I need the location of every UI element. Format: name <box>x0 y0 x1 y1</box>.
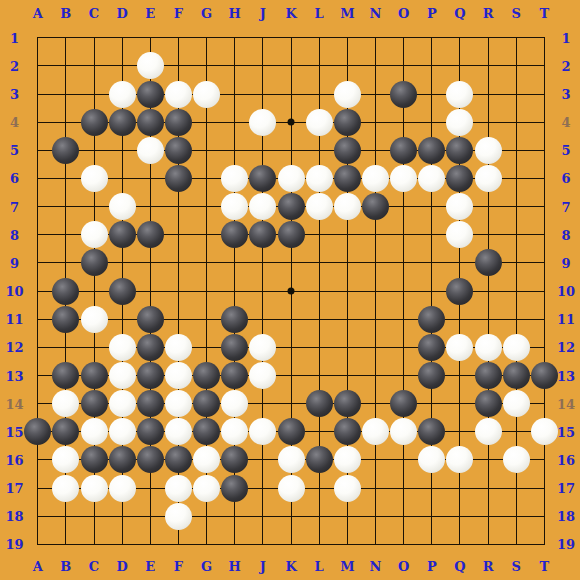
intersection-A15[interactable] <box>24 418 52 446</box>
intersection-F1[interactable] <box>164 24 192 52</box>
intersection-G6[interactable] <box>193 164 221 192</box>
intersection-P18[interactable] <box>418 502 446 530</box>
intersection-F8[interactable] <box>164 221 192 249</box>
intersection-K2[interactable] <box>277 52 305 80</box>
intersection-A8[interactable] <box>24 221 52 249</box>
intersection-M2[interactable] <box>333 52 361 80</box>
intersection-G1[interactable] <box>193 24 221 52</box>
intersection-J6[interactable] <box>249 164 277 192</box>
intersection-O11[interactable] <box>390 305 418 333</box>
intersection-N9[interactable] <box>362 249 390 277</box>
intersection-D1[interactable] <box>108 24 136 52</box>
intersection-L7[interactable] <box>305 193 333 221</box>
intersection-H7[interactable] <box>221 193 249 221</box>
intersection-M4[interactable] <box>333 108 361 136</box>
intersection-K15[interactable] <box>277 418 305 446</box>
intersection-M12[interactable] <box>333 333 361 361</box>
intersection-B1[interactable] <box>52 24 80 52</box>
intersection-F15[interactable] <box>164 418 192 446</box>
intersection-P12[interactable] <box>418 333 446 361</box>
intersection-G2[interactable] <box>193 52 221 80</box>
intersection-P17[interactable] <box>418 474 446 502</box>
intersection-A9[interactable] <box>24 249 52 277</box>
intersection-M16[interactable] <box>333 446 361 474</box>
intersection-D12[interactable] <box>108 333 136 361</box>
intersection-J1[interactable] <box>249 24 277 52</box>
intersection-G19[interactable] <box>193 530 221 558</box>
intersection-R16[interactable] <box>474 446 502 474</box>
intersection-C15[interactable] <box>80 418 108 446</box>
intersection-J18[interactable] <box>249 502 277 530</box>
intersection-G13[interactable] <box>193 362 221 390</box>
intersection-H5[interactable] <box>221 136 249 164</box>
intersection-S19[interactable] <box>502 530 530 558</box>
intersection-H13[interactable] <box>221 362 249 390</box>
intersection-J17[interactable] <box>249 474 277 502</box>
intersection-C7[interactable] <box>80 193 108 221</box>
intersection-K10[interactable] <box>277 277 305 305</box>
intersection-A14[interactable] <box>24 390 52 418</box>
intersection-H17[interactable] <box>221 474 249 502</box>
intersection-F2[interactable] <box>164 52 192 80</box>
intersection-P11[interactable] <box>418 305 446 333</box>
intersection-F12[interactable] <box>164 333 192 361</box>
intersection-B13[interactable] <box>52 362 80 390</box>
intersection-J9[interactable] <box>249 249 277 277</box>
intersection-Q1[interactable] <box>446 24 474 52</box>
intersection-O9[interactable] <box>390 249 418 277</box>
intersection-G8[interactable] <box>193 221 221 249</box>
intersection-N17[interactable] <box>362 474 390 502</box>
intersection-A17[interactable] <box>24 474 52 502</box>
intersection-C12[interactable] <box>80 333 108 361</box>
intersection-N5[interactable] <box>362 136 390 164</box>
intersection-S5[interactable] <box>502 136 530 164</box>
intersection-N3[interactable] <box>362 80 390 108</box>
intersection-F16[interactable] <box>164 446 192 474</box>
intersection-E14[interactable] <box>136 390 164 418</box>
intersection-E16[interactable] <box>136 446 164 474</box>
intersection-A3[interactable] <box>24 80 52 108</box>
intersection-D7[interactable] <box>108 193 136 221</box>
intersection-K17[interactable] <box>277 474 305 502</box>
intersection-N18[interactable] <box>362 502 390 530</box>
intersection-J3[interactable] <box>249 80 277 108</box>
intersection-R10[interactable] <box>474 277 502 305</box>
intersection-G7[interactable] <box>193 193 221 221</box>
intersection-B12[interactable] <box>52 333 80 361</box>
intersection-G18[interactable] <box>193 502 221 530</box>
intersection-E11[interactable] <box>136 305 164 333</box>
intersection-O19[interactable] <box>390 530 418 558</box>
intersection-G15[interactable] <box>193 418 221 446</box>
intersection-B10[interactable] <box>52 277 80 305</box>
intersection-N16[interactable] <box>362 446 390 474</box>
intersection-P14[interactable] <box>418 390 446 418</box>
intersection-D19[interactable] <box>108 530 136 558</box>
intersection-L3[interactable] <box>305 80 333 108</box>
intersection-G5[interactable] <box>193 136 221 164</box>
intersection-O13[interactable] <box>390 362 418 390</box>
intersection-G9[interactable] <box>193 249 221 277</box>
intersection-F14[interactable] <box>164 390 192 418</box>
intersection-C16[interactable] <box>80 446 108 474</box>
intersection-T10[interactable] <box>530 277 558 305</box>
intersection-O4[interactable] <box>390 108 418 136</box>
intersection-Q17[interactable] <box>446 474 474 502</box>
intersection-H19[interactable] <box>221 530 249 558</box>
intersection-H9[interactable] <box>221 249 249 277</box>
intersection-S14[interactable] <box>502 390 530 418</box>
intersection-K11[interactable] <box>277 305 305 333</box>
intersection-B18[interactable] <box>52 502 80 530</box>
intersection-B19[interactable] <box>52 530 80 558</box>
intersection-L8[interactable] <box>305 221 333 249</box>
intersection-K19[interactable] <box>277 530 305 558</box>
intersection-E12[interactable] <box>136 333 164 361</box>
intersection-T16[interactable] <box>530 446 558 474</box>
intersection-N8[interactable] <box>362 221 390 249</box>
intersection-A12[interactable] <box>24 333 52 361</box>
intersection-Q2[interactable] <box>446 52 474 80</box>
intersection-N7[interactable] <box>362 193 390 221</box>
intersection-N14[interactable] <box>362 390 390 418</box>
intersection-T7[interactable] <box>530 193 558 221</box>
intersection-N1[interactable] <box>362 24 390 52</box>
intersection-O10[interactable] <box>390 277 418 305</box>
intersection-Q7[interactable] <box>446 193 474 221</box>
intersection-R5[interactable] <box>474 136 502 164</box>
intersection-P2[interactable] <box>418 52 446 80</box>
intersection-N12[interactable] <box>362 333 390 361</box>
intersection-R19[interactable] <box>474 530 502 558</box>
intersection-T9[interactable] <box>530 249 558 277</box>
intersection-M10[interactable] <box>333 277 361 305</box>
intersection-R15[interactable] <box>474 418 502 446</box>
intersection-B17[interactable] <box>52 474 80 502</box>
intersection-T12[interactable] <box>530 333 558 361</box>
intersection-R9[interactable] <box>474 249 502 277</box>
intersection-M15[interactable] <box>333 418 361 446</box>
intersection-M19[interactable] <box>333 530 361 558</box>
intersection-S1[interactable] <box>502 24 530 52</box>
intersection-J16[interactable] <box>249 446 277 474</box>
intersection-C3[interactable] <box>80 80 108 108</box>
intersection-P1[interactable] <box>418 24 446 52</box>
intersection-K1[interactable] <box>277 24 305 52</box>
intersection-T13[interactable] <box>530 362 558 390</box>
intersection-R6[interactable] <box>474 164 502 192</box>
intersection-A6[interactable] <box>24 164 52 192</box>
intersection-D6[interactable] <box>108 164 136 192</box>
intersection-J15[interactable] <box>249 418 277 446</box>
intersection-L13[interactable] <box>305 362 333 390</box>
intersection-J19[interactable] <box>249 530 277 558</box>
intersection-J4[interactable] <box>249 108 277 136</box>
intersection-Q3[interactable] <box>446 80 474 108</box>
intersection-L18[interactable] <box>305 502 333 530</box>
intersection-G14[interactable] <box>193 390 221 418</box>
intersection-Q5[interactable] <box>446 136 474 164</box>
intersection-E10[interactable] <box>136 277 164 305</box>
intersection-G10[interactable] <box>193 277 221 305</box>
intersection-F19[interactable] <box>164 530 192 558</box>
intersection-N10[interactable] <box>362 277 390 305</box>
intersection-T17[interactable] <box>530 474 558 502</box>
intersection-K4[interactable] <box>277 108 305 136</box>
intersection-C11[interactable] <box>80 305 108 333</box>
intersection-L4[interactable] <box>305 108 333 136</box>
intersection-K9[interactable] <box>277 249 305 277</box>
intersection-S16[interactable] <box>502 446 530 474</box>
intersection-J14[interactable] <box>249 390 277 418</box>
intersection-B11[interactable] <box>52 305 80 333</box>
intersection-E2[interactable] <box>136 52 164 80</box>
intersection-J10[interactable] <box>249 277 277 305</box>
intersection-N19[interactable] <box>362 530 390 558</box>
intersection-H12[interactable] <box>221 333 249 361</box>
intersection-H15[interactable] <box>221 418 249 446</box>
intersection-N15[interactable] <box>362 418 390 446</box>
intersection-Q8[interactable] <box>446 221 474 249</box>
intersection-B4[interactable] <box>52 108 80 136</box>
intersection-T19[interactable] <box>530 530 558 558</box>
intersection-R2[interactable] <box>474 52 502 80</box>
intersection-K3[interactable] <box>277 80 305 108</box>
intersection-P13[interactable] <box>418 362 446 390</box>
intersection-S17[interactable] <box>502 474 530 502</box>
intersection-Q16[interactable] <box>446 446 474 474</box>
intersection-P10[interactable] <box>418 277 446 305</box>
intersection-P8[interactable] <box>418 221 446 249</box>
intersection-D3[interactable] <box>108 80 136 108</box>
intersection-M18[interactable] <box>333 502 361 530</box>
intersection-M13[interactable] <box>333 362 361 390</box>
intersection-O17[interactable] <box>390 474 418 502</box>
intersection-A4[interactable] <box>24 108 52 136</box>
intersection-H16[interactable] <box>221 446 249 474</box>
intersection-F4[interactable] <box>164 108 192 136</box>
intersection-O12[interactable] <box>390 333 418 361</box>
intersection-S11[interactable] <box>502 305 530 333</box>
intersection-L11[interactable] <box>305 305 333 333</box>
intersection-S7[interactable] <box>502 193 530 221</box>
intersection-C5[interactable] <box>80 136 108 164</box>
intersection-N11[interactable] <box>362 305 390 333</box>
intersection-B5[interactable] <box>52 136 80 164</box>
intersection-F17[interactable] <box>164 474 192 502</box>
intersection-K6[interactable] <box>277 164 305 192</box>
intersection-Q14[interactable] <box>446 390 474 418</box>
intersection-E4[interactable] <box>136 108 164 136</box>
intersection-H10[interactable] <box>221 277 249 305</box>
intersection-D18[interactable] <box>108 502 136 530</box>
intersection-P19[interactable] <box>418 530 446 558</box>
intersection-H8[interactable] <box>221 221 249 249</box>
intersection-G3[interactable] <box>193 80 221 108</box>
intersection-K16[interactable] <box>277 446 305 474</box>
intersection-C18[interactable] <box>80 502 108 530</box>
intersection-R3[interactable] <box>474 80 502 108</box>
intersection-T15[interactable] <box>530 418 558 446</box>
intersection-F6[interactable] <box>164 164 192 192</box>
intersection-B3[interactable] <box>52 80 80 108</box>
intersection-N13[interactable] <box>362 362 390 390</box>
intersection-C13[interactable] <box>80 362 108 390</box>
intersection-F13[interactable] <box>164 362 192 390</box>
intersection-K5[interactable] <box>277 136 305 164</box>
intersection-J12[interactable] <box>249 333 277 361</box>
intersection-M3[interactable] <box>333 80 361 108</box>
intersection-D4[interactable] <box>108 108 136 136</box>
intersection-D2[interactable] <box>108 52 136 80</box>
intersection-T14[interactable] <box>530 390 558 418</box>
intersection-O6[interactable] <box>390 164 418 192</box>
intersection-C2[interactable] <box>80 52 108 80</box>
intersection-B14[interactable] <box>52 390 80 418</box>
intersection-S10[interactable] <box>502 277 530 305</box>
intersection-K12[interactable] <box>277 333 305 361</box>
intersection-N6[interactable] <box>362 164 390 192</box>
intersection-D11[interactable] <box>108 305 136 333</box>
intersection-A1[interactable] <box>24 24 52 52</box>
intersection-C14[interactable] <box>80 390 108 418</box>
intersection-M9[interactable] <box>333 249 361 277</box>
intersection-K7[interactable] <box>277 193 305 221</box>
intersection-B7[interactable] <box>52 193 80 221</box>
intersection-J8[interactable] <box>249 221 277 249</box>
intersection-G16[interactable] <box>193 446 221 474</box>
intersection-M14[interactable] <box>333 390 361 418</box>
intersection-C6[interactable] <box>80 164 108 192</box>
intersection-L9[interactable] <box>305 249 333 277</box>
intersection-H6[interactable] <box>221 164 249 192</box>
intersection-R8[interactable] <box>474 221 502 249</box>
intersection-E3[interactable] <box>136 80 164 108</box>
intersection-L5[interactable] <box>305 136 333 164</box>
intersection-R4[interactable] <box>474 108 502 136</box>
intersection-M17[interactable] <box>333 474 361 502</box>
intersection-L10[interactable] <box>305 277 333 305</box>
intersection-H11[interactable] <box>221 305 249 333</box>
intersection-D5[interactable] <box>108 136 136 164</box>
intersection-M7[interactable] <box>333 193 361 221</box>
intersection-A7[interactable] <box>24 193 52 221</box>
intersection-T18[interactable] <box>530 502 558 530</box>
intersection-G17[interactable] <box>193 474 221 502</box>
intersection-O18[interactable] <box>390 502 418 530</box>
intersection-Q13[interactable] <box>446 362 474 390</box>
intersection-S6[interactable] <box>502 164 530 192</box>
intersection-S13[interactable] <box>502 362 530 390</box>
intersection-L1[interactable] <box>305 24 333 52</box>
intersection-M1[interactable] <box>333 24 361 52</box>
intersection-E6[interactable] <box>136 164 164 192</box>
intersection-P16[interactable] <box>418 446 446 474</box>
intersection-P4[interactable] <box>418 108 446 136</box>
intersection-L14[interactable] <box>305 390 333 418</box>
intersection-A19[interactable] <box>24 530 52 558</box>
intersection-K8[interactable] <box>277 221 305 249</box>
intersection-S8[interactable] <box>502 221 530 249</box>
intersection-D17[interactable] <box>108 474 136 502</box>
intersection-M5[interactable] <box>333 136 361 164</box>
intersection-S15[interactable] <box>502 418 530 446</box>
intersection-J7[interactable] <box>249 193 277 221</box>
intersection-C8[interactable] <box>80 221 108 249</box>
intersection-J11[interactable] <box>249 305 277 333</box>
intersection-O8[interactable] <box>390 221 418 249</box>
intersection-T8[interactable] <box>530 221 558 249</box>
intersection-P6[interactable] <box>418 164 446 192</box>
intersection-H18[interactable] <box>221 502 249 530</box>
intersection-R12[interactable] <box>474 333 502 361</box>
intersection-B6[interactable] <box>52 164 80 192</box>
intersection-F5[interactable] <box>164 136 192 164</box>
intersection-C17[interactable] <box>80 474 108 502</box>
intersection-O1[interactable] <box>390 24 418 52</box>
intersection-D9[interactable] <box>108 249 136 277</box>
intersection-H3[interactable] <box>221 80 249 108</box>
intersection-O5[interactable] <box>390 136 418 164</box>
intersection-E17[interactable] <box>136 474 164 502</box>
intersection-P3[interactable] <box>418 80 446 108</box>
intersection-E15[interactable] <box>136 418 164 446</box>
intersection-O16[interactable] <box>390 446 418 474</box>
intersection-A5[interactable] <box>24 136 52 164</box>
intersection-T4[interactable] <box>530 108 558 136</box>
intersection-P15[interactable] <box>418 418 446 446</box>
intersection-R17[interactable] <box>474 474 502 502</box>
intersection-F7[interactable] <box>164 193 192 221</box>
intersection-Q6[interactable] <box>446 164 474 192</box>
intersection-B8[interactable] <box>52 221 80 249</box>
intersection-Q11[interactable] <box>446 305 474 333</box>
intersection-T1[interactable] <box>530 24 558 52</box>
intersection-D14[interactable] <box>108 390 136 418</box>
intersection-E5[interactable] <box>136 136 164 164</box>
intersection-E19[interactable] <box>136 530 164 558</box>
intersection-C4[interactable] <box>80 108 108 136</box>
intersection-O14[interactable] <box>390 390 418 418</box>
intersection-D16[interactable] <box>108 446 136 474</box>
intersection-O3[interactable] <box>390 80 418 108</box>
intersection-C10[interactable] <box>80 277 108 305</box>
intersection-O15[interactable] <box>390 418 418 446</box>
intersection-P7[interactable] <box>418 193 446 221</box>
intersection-M8[interactable] <box>333 221 361 249</box>
intersection-J2[interactable] <box>249 52 277 80</box>
intersection-C9[interactable] <box>80 249 108 277</box>
intersection-K14[interactable] <box>277 390 305 418</box>
intersection-R13[interactable] <box>474 362 502 390</box>
intersection-C19[interactable] <box>80 530 108 558</box>
intersection-F18[interactable] <box>164 502 192 530</box>
intersection-F3[interactable] <box>164 80 192 108</box>
intersection-B2[interactable] <box>52 52 80 80</box>
intersection-D8[interactable] <box>108 221 136 249</box>
intersection-G4[interactable] <box>193 108 221 136</box>
intersection-N2[interactable] <box>362 52 390 80</box>
intersection-T5[interactable] <box>530 136 558 164</box>
intersection-H14[interactable] <box>221 390 249 418</box>
intersection-E18[interactable] <box>136 502 164 530</box>
intersection-H2[interactable] <box>221 52 249 80</box>
intersection-A10[interactable] <box>24 277 52 305</box>
intersection-A2[interactable] <box>24 52 52 80</box>
intersection-K13[interactable] <box>277 362 305 390</box>
intersection-J5[interactable] <box>249 136 277 164</box>
